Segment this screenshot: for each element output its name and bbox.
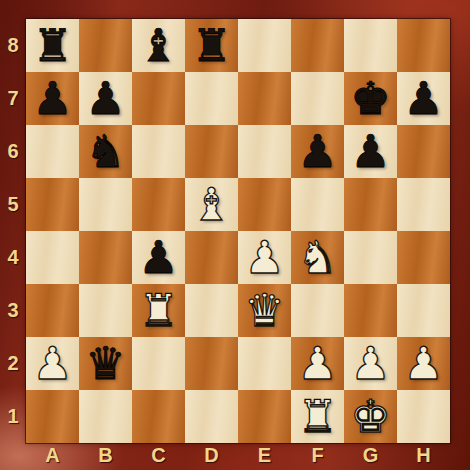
square-e4[interactable]: ♟ (238, 231, 291, 284)
square-b1[interactable] (79, 390, 132, 443)
piece-black-pawn-h7[interactable]: ♟ (397, 72, 450, 125)
square-f8[interactable] (291, 19, 344, 72)
square-e7[interactable] (238, 72, 291, 125)
square-a3[interactable] (26, 284, 79, 337)
piece-white-rook-c3[interactable]: ♜ (132, 284, 185, 337)
square-b4[interactable] (79, 231, 132, 284)
square-g3[interactable] (344, 284, 397, 337)
square-h8[interactable] (397, 19, 450, 72)
square-f7[interactable] (291, 72, 344, 125)
rank-label-8: 8 (0, 19, 26, 72)
file-label-e: E (238, 441, 291, 470)
rank-label-6: 6 (0, 125, 26, 178)
square-d8[interactable]: ♜ (185, 19, 238, 72)
square-f2[interactable]: ♟ (291, 337, 344, 390)
square-f3[interactable] (291, 284, 344, 337)
square-e2[interactable] (238, 337, 291, 390)
square-c7[interactable] (132, 72, 185, 125)
square-a4[interactable] (26, 231, 79, 284)
square-c8[interactable]: ♝ (132, 19, 185, 72)
piece-black-rook-d8[interactable]: ♜ (185, 19, 238, 72)
rank-label-1: 1 (0, 390, 26, 443)
square-h6[interactable] (397, 125, 450, 178)
piece-white-knight-f4[interactable]: ♞ (291, 231, 344, 284)
rank-label-2: 2 (0, 337, 26, 390)
piece-white-pawn-f2[interactable]: ♟ (291, 337, 344, 390)
square-f6[interactable]: ♟ (291, 125, 344, 178)
square-h7[interactable]: ♟ (397, 72, 450, 125)
square-b7[interactable]: ♟ (79, 72, 132, 125)
square-b8[interactable] (79, 19, 132, 72)
square-e5[interactable] (238, 178, 291, 231)
square-a1[interactable] (26, 390, 79, 443)
file-label-b: B (79, 441, 132, 470)
square-c1[interactable] (132, 390, 185, 443)
piece-white-pawn-a2[interactable]: ♟ (26, 337, 79, 390)
piece-white-pawn-g2[interactable]: ♟ (344, 337, 397, 390)
chess-board: ♜♝♜♟♟♚♟♞♟♟♝♟♟♞♜♛♟♛♟♟♟♜♚ (26, 19, 450, 443)
piece-white-king-g1[interactable]: ♚ (344, 390, 397, 443)
square-g1[interactable]: ♚ (344, 390, 397, 443)
chessboard-frame: ♜♝♜♟♟♚♟♞♟♟♝♟♟♞♜♛♟♛♟♟♟♜♚ 87654321ABCDEFGH (0, 0, 470, 470)
piece-black-king-g7[interactable]: ♚ (344, 72, 397, 125)
square-e1[interactable] (238, 390, 291, 443)
piece-black-pawn-g6[interactable]: ♟ (344, 125, 397, 178)
square-a5[interactable] (26, 178, 79, 231)
square-d2[interactable] (185, 337, 238, 390)
file-label-a: A (26, 441, 79, 470)
square-b3[interactable] (79, 284, 132, 337)
piece-white-bishop-d5[interactable]: ♝ (185, 178, 238, 231)
square-e3[interactable]: ♛ (238, 284, 291, 337)
square-c2[interactable] (132, 337, 185, 390)
square-g7[interactable]: ♚ (344, 72, 397, 125)
piece-black-bishop-c8[interactable]: ♝ (132, 19, 185, 72)
piece-black-rook-a8[interactable]: ♜ (26, 19, 79, 72)
square-g8[interactable] (344, 19, 397, 72)
square-d5[interactable]: ♝ (185, 178, 238, 231)
square-c3[interactable]: ♜ (132, 284, 185, 337)
rank-label-7: 7 (0, 72, 26, 125)
rank-label-5: 5 (0, 178, 26, 231)
file-label-f: F (291, 441, 344, 470)
square-d4[interactable] (185, 231, 238, 284)
file-label-g: G (344, 441, 397, 470)
square-b6[interactable]: ♞ (79, 125, 132, 178)
square-e8[interactable] (238, 19, 291, 72)
piece-white-pawn-h2[interactable]: ♟ (397, 337, 450, 390)
square-b2[interactable]: ♛ (79, 337, 132, 390)
square-h4[interactable] (397, 231, 450, 284)
square-g2[interactable]: ♟ (344, 337, 397, 390)
square-a7[interactable]: ♟ (26, 72, 79, 125)
file-label-h: H (397, 441, 450, 470)
square-h1[interactable] (397, 390, 450, 443)
piece-black-queen-b2[interactable]: ♛ (79, 337, 132, 390)
square-f4[interactable]: ♞ (291, 231, 344, 284)
square-c5[interactable] (132, 178, 185, 231)
rank-label-3: 3 (0, 284, 26, 337)
square-d1[interactable] (185, 390, 238, 443)
square-d7[interactable] (185, 72, 238, 125)
square-a8[interactable]: ♜ (26, 19, 79, 72)
piece-black-pawn-f6[interactable]: ♟ (291, 125, 344, 178)
square-g6[interactable]: ♟ (344, 125, 397, 178)
file-label-c: C (132, 441, 185, 470)
square-d3[interactable] (185, 284, 238, 337)
square-f1[interactable]: ♜ (291, 390, 344, 443)
piece-black-pawn-a7[interactable]: ♟ (26, 72, 79, 125)
piece-black-knight-b6[interactable]: ♞ (79, 125, 132, 178)
square-c4[interactable]: ♟ (132, 231, 185, 284)
piece-black-pawn-b7[interactable]: ♟ (79, 72, 132, 125)
square-e6[interactable] (238, 125, 291, 178)
square-h3[interactable] (397, 284, 450, 337)
square-h2[interactable]: ♟ (397, 337, 450, 390)
square-g4[interactable] (344, 231, 397, 284)
square-d6[interactable] (185, 125, 238, 178)
square-b5[interactable] (79, 178, 132, 231)
rank-label-4: 4 (0, 231, 26, 284)
piece-black-pawn-c4[interactable]: ♟ (132, 231, 185, 284)
piece-white-rook-f1[interactable]: ♜ (291, 390, 344, 443)
square-h5[interactable] (397, 178, 450, 231)
piece-white-pawn-e4[interactable]: ♟ (238, 231, 291, 284)
piece-white-queen-e3[interactable]: ♛ (238, 284, 291, 337)
square-a2[interactable]: ♟ (26, 337, 79, 390)
square-f5[interactable] (291, 178, 344, 231)
square-c6[interactable] (132, 125, 185, 178)
square-g5[interactable] (344, 178, 397, 231)
file-label-d: D (185, 441, 238, 470)
square-a6[interactable] (26, 125, 79, 178)
